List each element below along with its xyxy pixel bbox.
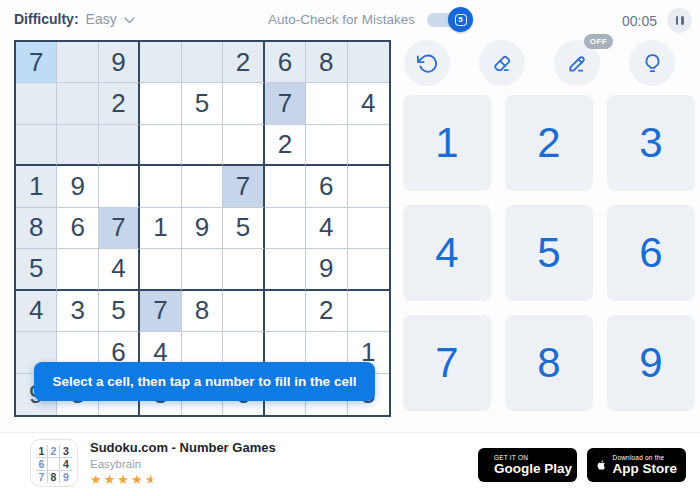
cell-r6c9[interactable] bbox=[348, 249, 389, 290]
toggle-knob: 5 bbox=[448, 7, 473, 32]
cell-r7c3[interactable]: 5 bbox=[99, 291, 140, 332]
app-icon-cell: 3 bbox=[60, 445, 72, 458]
cell-r2c7[interactable]: 7 bbox=[265, 83, 306, 124]
star-rating: ★★★★★ bbox=[90, 472, 276, 487]
sudoku-board: 79268257421976867195454943578264198365 bbox=[14, 40, 391, 417]
notes-off-badge: OFF bbox=[584, 34, 613, 49]
cell-r1c6[interactable]: 2 bbox=[223, 42, 264, 83]
cell-r1c2[interactable] bbox=[57, 42, 98, 83]
numpad-4[interactable]: 4 bbox=[403, 205, 491, 301]
cell-r4c6[interactable]: 7 bbox=[223, 166, 264, 207]
app-icon-cell: 6 bbox=[36, 458, 48, 471]
autocheck-label: Auto-Check for Mistakes bbox=[268, 12, 415, 27]
cell-r2c1[interactable] bbox=[16, 83, 57, 124]
hint-toast: Select a cell, then tap a number to fill… bbox=[34, 362, 375, 401]
numpad-7[interactable]: 7 bbox=[403, 315, 491, 411]
cell-r6c1[interactable]: 5 bbox=[16, 249, 57, 290]
cell-r6c6[interactable] bbox=[223, 249, 264, 290]
eraser-icon bbox=[491, 52, 514, 75]
cell-r6c5[interactable] bbox=[182, 249, 223, 290]
google-play-badge[interactable]: GET IT ON Google Play bbox=[478, 448, 577, 482]
app-icon[interactable]: 12364789 bbox=[30, 439, 78, 487]
notes-button[interactable]: OFF bbox=[554, 40, 600, 86]
numpad-2[interactable]: 2 bbox=[505, 95, 593, 191]
cell-r2c8[interactable] bbox=[306, 83, 347, 124]
app-icon-cell: 9 bbox=[60, 471, 72, 483]
difficulty-selector[interactable]: Difficulty: Easy bbox=[14, 11, 135, 27]
cell-r2c6[interactable] bbox=[223, 83, 264, 124]
cell-r5c5[interactable]: 9 bbox=[182, 208, 223, 249]
cell-r3c9[interactable] bbox=[348, 125, 389, 166]
cell-r1c9[interactable] bbox=[348, 42, 389, 83]
cell-r7c9[interactable] bbox=[348, 291, 389, 332]
numpad-1[interactable]: 1 bbox=[403, 95, 491, 191]
cell-r1c1[interactable]: 7 bbox=[16, 42, 57, 83]
cell-r2c5[interactable]: 5 bbox=[182, 83, 223, 124]
cell-r3c6[interactable] bbox=[223, 125, 264, 166]
cell-r4c7[interactable] bbox=[265, 166, 306, 207]
cell-r6c4[interactable] bbox=[140, 249, 181, 290]
star-icon: ★ bbox=[145, 472, 159, 487]
timer: 00:05 bbox=[622, 13, 657, 29]
cell-r4c8[interactable]: 6 bbox=[306, 166, 347, 207]
cell-r4c4[interactable] bbox=[140, 166, 181, 207]
hint-toast-text: Select a cell, then tap a number to fill… bbox=[53, 374, 357, 389]
cell-r2c3[interactable]: 2 bbox=[99, 83, 140, 124]
app-icon-cell: 2 bbox=[48, 445, 60, 458]
pencil-icon bbox=[566, 52, 589, 75]
star-icon: ★ bbox=[90, 472, 104, 487]
lightbulb-icon bbox=[641, 52, 664, 75]
cell-r3c7[interactable]: 2 bbox=[265, 125, 306, 166]
cell-r1c8[interactable]: 8 bbox=[306, 42, 347, 83]
apple-icon bbox=[596, 455, 605, 475]
cell-r5c2[interactable]: 6 bbox=[57, 208, 98, 249]
cell-r1c3[interactable]: 9 bbox=[99, 42, 140, 83]
numpad-6[interactable]: 6 bbox=[607, 205, 695, 301]
google-play-label: Google Play bbox=[494, 461, 572, 477]
cell-r7c4[interactable]: 7 bbox=[140, 291, 181, 332]
cell-r3c3[interactable] bbox=[99, 125, 140, 166]
cell-r4c3[interactable] bbox=[99, 166, 140, 207]
cell-r1c5[interactable] bbox=[182, 42, 223, 83]
cell-r4c2[interactable]: 9 bbox=[57, 166, 98, 207]
cell-r4c9[interactable] bbox=[348, 166, 389, 207]
cell-r2c2[interactable] bbox=[57, 83, 98, 124]
cell-r7c6[interactable] bbox=[223, 291, 264, 332]
cell-r4c1[interactable]: 1 bbox=[16, 166, 57, 207]
cell-r5c8[interactable]: 4 bbox=[306, 208, 347, 249]
star-icon: ★ bbox=[131, 472, 145, 487]
app-developer: Easybrain bbox=[90, 458, 276, 470]
cell-r7c2[interactable]: 3 bbox=[57, 291, 98, 332]
undo-icon bbox=[416, 52, 439, 75]
app-icon-cell: 1 bbox=[36, 445, 48, 458]
cell-r5c4[interactable]: 1 bbox=[140, 208, 181, 249]
app-icon-cell: 8 bbox=[48, 471, 60, 483]
star-icon: ★ bbox=[104, 472, 118, 487]
cell-r1c7[interactable]: 6 bbox=[265, 42, 306, 83]
cell-r6c3[interactable]: 4 bbox=[99, 249, 140, 290]
cell-r5c6[interactable]: 5 bbox=[223, 208, 264, 249]
numpad-5[interactable]: 5 bbox=[505, 205, 593, 301]
timer-group: 00:05 bbox=[622, 8, 692, 33]
cell-r1c4[interactable] bbox=[140, 42, 181, 83]
undo-button[interactable] bbox=[404, 40, 450, 86]
app-store-badge[interactable]: Download on the App Store bbox=[587, 448, 686, 482]
erase-button[interactable] bbox=[479, 40, 525, 86]
pause-icon bbox=[676, 16, 679, 25]
difficulty-value: Easy bbox=[86, 11, 117, 27]
app-store-tagline: Download on the bbox=[612, 454, 677, 461]
cell-r5c7[interactable] bbox=[265, 208, 306, 249]
pause-button[interactable] bbox=[667, 8, 692, 33]
numpad: 123456789 bbox=[403, 95, 695, 411]
tools-row: OFF bbox=[404, 40, 675, 86]
cell-r7c5[interactable]: 8 bbox=[182, 291, 223, 332]
cell-r5c9[interactable] bbox=[348, 208, 389, 249]
cell-r7c1[interactable]: 4 bbox=[16, 291, 57, 332]
difficulty-label: Difficulty: bbox=[14, 11, 79, 27]
cell-r3c8[interactable] bbox=[306, 125, 347, 166]
google-play-tagline: GET IT ON bbox=[494, 454, 572, 461]
chevron-down-icon bbox=[124, 17, 135, 24]
app-info: Sudoku.com - Number Games Easybrain ★★★★… bbox=[90, 440, 276, 487]
cell-r3c2[interactable] bbox=[57, 125, 98, 166]
cell-r3c5[interactable] bbox=[182, 125, 223, 166]
cell-r5c3[interactable]: 7 bbox=[99, 208, 140, 249]
autocheck-toggle[interactable]: 5 bbox=[427, 12, 467, 27]
cell-r3c4[interactable] bbox=[140, 125, 181, 166]
hint-button[interactable] bbox=[629, 40, 675, 86]
app-title: Sudoku.com - Number Games bbox=[90, 440, 276, 455]
cell-r6c7[interactable] bbox=[265, 249, 306, 290]
cell-r4c5[interactable] bbox=[182, 166, 223, 207]
cell-r5c1[interactable]: 8 bbox=[16, 208, 57, 249]
cell-r2c4[interactable] bbox=[140, 83, 181, 124]
app-store-label: App Store bbox=[612, 461, 677, 477]
cell-r6c8[interactable]: 9 bbox=[306, 249, 347, 290]
cell-r7c8[interactable]: 2 bbox=[306, 291, 347, 332]
app-icon-cell bbox=[48, 458, 60, 471]
cell-r2c9[interactable]: 4 bbox=[348, 83, 389, 124]
numpad-9[interactable]: 9 bbox=[607, 315, 695, 411]
cell-r3c1[interactable] bbox=[16, 125, 57, 166]
autocheck-row: Auto-Check for Mistakes 5 bbox=[268, 12, 467, 27]
ad-banner: 12364789 Sudoku.com - Number Games Easyb… bbox=[0, 432, 700, 496]
numpad-8[interactable]: 8 bbox=[505, 315, 593, 411]
numpad-3[interactable]: 3 bbox=[607, 95, 695, 191]
app-icon-cell: 4 bbox=[60, 458, 72, 471]
app-icon-cell: 7 bbox=[36, 471, 48, 483]
star-icon: ★ bbox=[117, 472, 131, 487]
autocheck-icon: 5 bbox=[455, 14, 467, 26]
cell-r7c7[interactable] bbox=[265, 291, 306, 332]
cell-r6c2[interactable] bbox=[57, 249, 98, 290]
